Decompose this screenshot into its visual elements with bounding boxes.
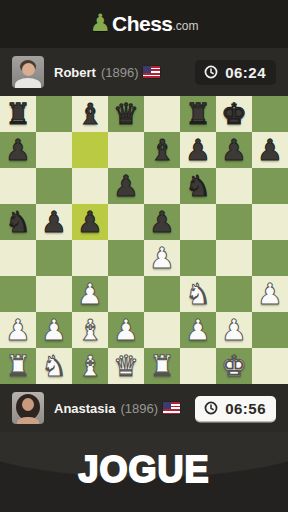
square-c7[interactable] bbox=[72, 132, 108, 168]
square-f8[interactable]: ♜ bbox=[180, 96, 216, 132]
square-g1[interactable]: ♚ bbox=[216, 348, 252, 384]
square-d4[interactable] bbox=[108, 240, 144, 276]
black-bishop[interactable]: ♝ bbox=[144, 132, 180, 168]
square-e3[interactable] bbox=[144, 276, 180, 312]
square-h2[interactable] bbox=[252, 312, 288, 348]
square-g3[interactable] bbox=[216, 276, 252, 312]
white-pawn[interactable]: ♟ bbox=[216, 312, 252, 348]
us-flag-icon bbox=[163, 402, 180, 414]
logo-tld-text: .com bbox=[173, 19, 199, 33]
square-b4[interactable] bbox=[36, 240, 72, 276]
player-rating: (1896) bbox=[120, 401, 158, 416]
square-h4[interactable] bbox=[252, 240, 288, 276]
chess-board[interactable]: ♜♝♛♜♚♟♝♟♟♟♟♞♞♟♟♟♟♟♞♟♟♟♝♟♟♟♜♞♝♛♜♚ bbox=[0, 96, 288, 384]
white-rook[interactable]: ♜ bbox=[0, 348, 36, 384]
avatar-art bbox=[17, 417, 39, 424]
square-b3[interactable] bbox=[36, 276, 72, 312]
square-c1[interactable]: ♝ bbox=[72, 348, 108, 384]
white-knight[interactable]: ♞ bbox=[36, 348, 72, 384]
square-g4[interactable] bbox=[216, 240, 252, 276]
black-pawn[interactable]: ♟ bbox=[72, 204, 108, 240]
cta-section: JOGUE bbox=[0, 432, 288, 512]
square-g8[interactable]: ♚ bbox=[216, 96, 252, 132]
opponent-bar: Robert (1896) 06:24 bbox=[0, 48, 288, 96]
white-pawn[interactable]: ♟ bbox=[0, 312, 36, 348]
white-pawn[interactable]: ♟ bbox=[36, 312, 72, 348]
white-bishop[interactable]: ♝ bbox=[72, 312, 108, 348]
opponent-time: 06:24 bbox=[225, 64, 266, 81]
square-a7[interactable]: ♟ bbox=[0, 132, 36, 168]
white-bishop[interactable]: ♝ bbox=[72, 348, 108, 384]
player-bar: Anastasia (1896) 06:56 bbox=[0, 384, 288, 432]
square-a4[interactable] bbox=[0, 240, 36, 276]
square-b5[interactable]: ♟ bbox=[36, 204, 72, 240]
opponent-meta: Robert (1896) bbox=[54, 65, 160, 80]
avatar-art bbox=[22, 63, 35, 76]
square-h5[interactable] bbox=[252, 204, 288, 240]
square-g6[interactable] bbox=[216, 168, 252, 204]
white-pawn[interactable]: ♟ bbox=[72, 276, 108, 312]
square-c8[interactable]: ♝ bbox=[72, 96, 108, 132]
square-c6[interactable] bbox=[72, 168, 108, 204]
square-a6[interactable] bbox=[0, 168, 36, 204]
square-f1[interactable] bbox=[180, 348, 216, 384]
white-pawn[interactable]: ♟ bbox=[252, 276, 288, 312]
player-time: 06:56 bbox=[225, 400, 266, 417]
pawn-logo-icon: ♟ bbox=[89, 11, 111, 35]
black-bishop[interactable]: ♝ bbox=[72, 96, 108, 132]
white-knight[interactable]: ♞ bbox=[180, 276, 216, 312]
square-a2[interactable]: ♟ bbox=[0, 312, 36, 348]
square-h7[interactable]: ♟ bbox=[252, 132, 288, 168]
black-pawn[interactable]: ♟ bbox=[0, 132, 36, 168]
clock-icon bbox=[204, 65, 218, 79]
white-pawn[interactable]: ♟ bbox=[108, 312, 144, 348]
square-e2[interactable] bbox=[144, 312, 180, 348]
app-header: ♟ Chess .com bbox=[0, 0, 288, 48]
square-h8[interactable] bbox=[252, 96, 288, 132]
square-d1[interactable]: ♛ bbox=[108, 348, 144, 384]
square-f6[interactable]: ♞ bbox=[180, 168, 216, 204]
black-knight[interactable]: ♞ bbox=[0, 204, 36, 240]
square-e5[interactable]: ♟ bbox=[144, 204, 180, 240]
opponent-clock: 06:24 bbox=[195, 60, 276, 85]
square-d8[interactable]: ♛ bbox=[108, 96, 144, 132]
white-queen[interactable]: ♛ bbox=[108, 348, 144, 384]
square-c2[interactable]: ♝ bbox=[72, 312, 108, 348]
square-f2[interactable]: ♟ bbox=[180, 312, 216, 348]
square-e6[interactable] bbox=[144, 168, 180, 204]
black-pawn[interactable]: ♟ bbox=[36, 204, 72, 240]
square-b2[interactable]: ♟ bbox=[36, 312, 72, 348]
avatar-art bbox=[22, 398, 34, 411]
black-pawn[interactable]: ♟ bbox=[180, 132, 216, 168]
square-c4[interactable] bbox=[72, 240, 108, 276]
clock-icon bbox=[204, 401, 218, 415]
square-d7[interactable] bbox=[108, 132, 144, 168]
opponent-avatar[interactable] bbox=[12, 56, 44, 88]
black-queen[interactable]: ♛ bbox=[108, 96, 144, 132]
black-pawn[interactable]: ♟ bbox=[216, 132, 252, 168]
square-d2[interactable]: ♟ bbox=[108, 312, 144, 348]
square-h1[interactable] bbox=[252, 348, 288, 384]
square-f7[interactable]: ♟ bbox=[180, 132, 216, 168]
square-f3[interactable]: ♞ bbox=[180, 276, 216, 312]
square-f4[interactable] bbox=[180, 240, 216, 276]
white-pawn[interactable]: ♟ bbox=[180, 312, 216, 348]
square-h6[interactable] bbox=[252, 168, 288, 204]
square-e4[interactable]: ♟ bbox=[144, 240, 180, 276]
black-pawn[interactable]: ♟ bbox=[252, 132, 288, 168]
square-h3[interactable]: ♟ bbox=[252, 276, 288, 312]
square-a5[interactable]: ♞ bbox=[0, 204, 36, 240]
black-rook[interactable]: ♜ bbox=[0, 96, 36, 132]
square-g7[interactable]: ♟ bbox=[216, 132, 252, 168]
opponent-name: Robert bbox=[54, 65, 96, 80]
player-meta: Anastasia (1896) bbox=[54, 401, 180, 416]
square-b8[interactable] bbox=[36, 96, 72, 132]
player-clock-active: 06:56 bbox=[195, 396, 276, 421]
black-pawn[interactable]: ♟ bbox=[144, 204, 180, 240]
square-g5[interactable] bbox=[216, 204, 252, 240]
us-flag-icon bbox=[143, 66, 160, 78]
square-f5[interactable] bbox=[180, 204, 216, 240]
logo-brand-text: Chess bbox=[112, 12, 173, 36]
black-king[interactable]: ♚ bbox=[216, 96, 252, 132]
square-d6[interactable]: ♟ bbox=[108, 168, 144, 204]
avatar-art bbox=[15, 78, 41, 88]
black-knight[interactable]: ♞ bbox=[180, 168, 216, 204]
square-e7[interactable]: ♝ bbox=[144, 132, 180, 168]
square-d3[interactable] bbox=[108, 276, 144, 312]
square-d5[interactable] bbox=[108, 204, 144, 240]
white-rook[interactable]: ♜ bbox=[144, 348, 180, 384]
chess-com-logo[interactable]: ♟ Chess .com bbox=[89, 12, 198, 36]
square-e8[interactable] bbox=[144, 96, 180, 132]
player-name: Anastasia bbox=[54, 401, 115, 416]
opponent-rating: (1896) bbox=[101, 65, 139, 80]
square-c3[interactable]: ♟ bbox=[72, 276, 108, 312]
square-b7[interactable] bbox=[36, 132, 72, 168]
square-a1[interactable]: ♜ bbox=[0, 348, 36, 384]
square-a8[interactable]: ♜ bbox=[0, 96, 36, 132]
square-a3[interactable] bbox=[0, 276, 36, 312]
play-cta[interactable]: JOGUE bbox=[78, 449, 209, 491]
white-king[interactable]: ♚ bbox=[216, 348, 252, 384]
square-b1[interactable]: ♞ bbox=[36, 348, 72, 384]
player-avatar[interactable] bbox=[12, 392, 44, 424]
white-pawn[interactable]: ♟ bbox=[144, 240, 180, 276]
black-pawn[interactable]: ♟ bbox=[108, 168, 144, 204]
square-c5[interactable]: ♟ bbox=[72, 204, 108, 240]
black-rook[interactable]: ♜ bbox=[180, 96, 216, 132]
app-screen: ♟ Chess .com Robert (1896) 06:24 ♜♝♛♜♚♟♝… bbox=[0, 0, 288, 512]
square-b6[interactable] bbox=[36, 168, 72, 204]
square-g2[interactable]: ♟ bbox=[216, 312, 252, 348]
square-e1[interactable]: ♜ bbox=[144, 348, 180, 384]
